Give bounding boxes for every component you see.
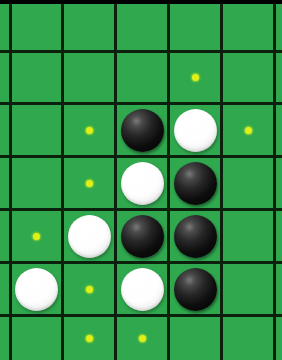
legal-move-dot [86,335,93,342]
board-cell[interactable] [223,105,276,158]
board-cell[interactable] [223,211,276,264]
black-disc [121,215,164,258]
board-cell[interactable] [170,264,223,317]
board-cell[interactable] [12,158,65,211]
board-cell[interactable] [170,158,223,211]
board-cell[interactable] [64,4,117,53]
black-disc [174,162,217,205]
legal-move-dot [86,180,93,187]
legal-move-dot [245,127,252,134]
board-cell[interactable] [117,264,170,317]
board-cell[interactable] [223,317,276,360]
board-cell[interactable] [117,211,170,264]
board-cell[interactable] [117,317,170,360]
othello-board [0,0,282,360]
board-cell[interactable] [276,317,282,360]
board-grid [0,0,282,360]
board-cell[interactable] [64,264,117,317]
board-cell[interactable] [12,105,65,158]
board-cell[interactable] [12,264,65,317]
white-disc [68,215,111,258]
board-cell[interactable] [64,53,117,106]
black-disc [174,268,217,311]
board-cell[interactable] [223,4,276,53]
black-disc [174,215,217,258]
legal-move-dot [86,286,93,293]
board-cell[interactable] [170,105,223,158]
legal-move-dot [192,74,199,81]
board-cell[interactable] [0,264,12,317]
board-cell[interactable] [276,211,282,264]
board-cell[interactable] [170,317,223,360]
board-cell[interactable] [223,53,276,106]
board-cell[interactable] [64,105,117,158]
board-cell[interactable] [276,4,282,53]
board-cell[interactable] [170,4,223,53]
board-cell[interactable] [12,53,65,106]
legal-move-dot [86,127,93,134]
legal-move-dot [139,335,146,342]
board-cell[interactable] [170,53,223,106]
board-cell[interactable] [170,211,223,264]
board-cell[interactable] [117,158,170,211]
board-cell[interactable] [64,317,117,360]
board-cell[interactable] [223,158,276,211]
board-cell[interactable] [0,4,12,53]
white-disc [15,268,58,311]
board-cell[interactable] [12,211,65,264]
board-cell[interactable] [276,105,282,158]
board-cell[interactable] [276,264,282,317]
board-cell[interactable] [64,158,117,211]
board-cell[interactable] [12,4,65,53]
board-cell[interactable] [0,105,12,158]
board-cell[interactable] [117,53,170,106]
white-disc [174,109,217,152]
board-cell[interactable] [223,264,276,317]
board-cell[interactable] [0,211,12,264]
board-cell[interactable] [64,211,117,264]
board-cell[interactable] [117,105,170,158]
board-cell[interactable] [276,158,282,211]
board-cell[interactable] [0,158,12,211]
board-cell[interactable] [0,53,12,106]
black-disc [121,109,164,152]
white-disc [121,162,164,205]
board-cell[interactable] [12,317,65,360]
board-cell[interactable] [117,4,170,53]
legal-move-dot [33,233,40,240]
white-disc [121,268,164,311]
board-cell[interactable] [276,53,282,106]
board-cell[interactable] [0,317,12,360]
